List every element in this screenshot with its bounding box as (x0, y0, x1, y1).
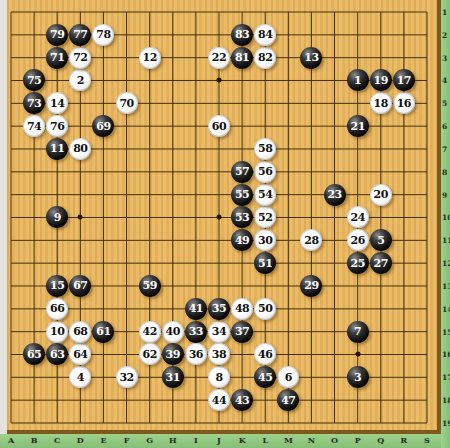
stone-b5[interactable]: 73 (23, 92, 45, 114)
stone-k14[interactable]: 48 (231, 298, 253, 320)
stone-l14[interactable]: 50 (254, 298, 276, 320)
row-label-8: 8 (442, 167, 447, 176)
stone-i15[interactable]: 33 (185, 321, 207, 343)
column-label-h: H (169, 435, 177, 445)
row-label-19: 19 (442, 418, 450, 427)
row-label-2: 2 (442, 30, 447, 39)
stone-l7[interactable]: 58 (254, 138, 276, 160)
column-label-d: D (77, 435, 84, 445)
column-label-a: A (8, 435, 14, 445)
stone-b4[interactable]: 75 (23, 69, 45, 91)
stone-d17[interactable]: 4 (69, 366, 91, 388)
stone-h16[interactable]: 39 (162, 343, 184, 365)
stone-m18[interactable]: 47 (277, 389, 299, 411)
stone-l10[interactable]: 52 (254, 206, 276, 228)
column-label-k: K (239, 435, 246, 445)
stone-c16[interactable]: 63 (46, 343, 68, 365)
stone-c7[interactable]: 11 (46, 138, 68, 160)
stone-p12[interactable]: 25 (347, 252, 369, 274)
stone-k15[interactable]: 37 (231, 321, 253, 343)
stone-j17[interactable]: 8 (208, 366, 230, 388)
stone-n13[interactable]: 29 (300, 275, 322, 297)
stone-d7[interactable]: 80 (69, 138, 91, 160)
stone-i16[interactable]: 36 (185, 343, 207, 365)
stone-k8[interactable]: 57 (231, 161, 253, 183)
stone-j14[interactable]: 35 (208, 298, 230, 320)
column-label-s: S (424, 435, 430, 445)
stone-b16[interactable]: 65 (23, 343, 45, 365)
star-point (78, 215, 83, 220)
go-diagram: 1234567891011121314151617181920212223242… (0, 0, 450, 448)
column-label-r: R (401, 435, 408, 445)
stone-p17[interactable]: 3 (347, 366, 369, 388)
stone-g15[interactable]: 42 (139, 321, 161, 343)
stone-q12[interactable]: 27 (370, 252, 392, 274)
row-label-1: 1 (442, 8, 447, 17)
stone-p10[interactable]: 24 (347, 206, 369, 228)
stone-q5[interactable]: 18 (370, 92, 392, 114)
column-label-j: J (217, 435, 221, 445)
stone-p11[interactable]: 26 (347, 229, 369, 251)
stone-l8[interactable]: 56 (254, 161, 276, 183)
stone-i14[interactable]: 41 (185, 298, 207, 320)
row-label-18: 18 (442, 396, 450, 405)
stone-d16[interactable]: 64 (69, 343, 91, 365)
stone-p4[interactable]: 1 (347, 69, 369, 91)
stone-n3[interactable]: 13 (300, 47, 322, 69)
stone-e6[interactable]: 69 (92, 115, 114, 137)
stone-q11[interactable]: 5 (370, 229, 392, 251)
stone-q9[interactable]: 20 (370, 184, 392, 206)
stone-f17[interactable]: 32 (116, 366, 138, 388)
stone-j15[interactable]: 34 (208, 321, 230, 343)
row-label-7: 7 (442, 144, 447, 153)
stone-g16[interactable]: 62 (139, 343, 161, 365)
column-label-b: B (31, 435, 38, 445)
stone-b6[interactable]: 74 (23, 115, 45, 137)
column-label-n: N (308, 435, 315, 445)
stone-c13[interactable]: 15 (46, 275, 68, 297)
stone-c3[interactable]: 71 (46, 47, 68, 69)
row-label-12: 12 (442, 259, 450, 268)
star-point (216, 215, 221, 220)
column-label-m: M (284, 435, 293, 445)
stone-c15[interactable]: 10 (46, 321, 68, 343)
column-label-i: I (194, 435, 198, 445)
stone-d4[interactable]: 2 (69, 69, 91, 91)
stone-p6[interactable]: 21 (347, 115, 369, 137)
stone-c6[interactable]: 76 (46, 115, 68, 137)
stone-k10[interactable]: 53 (231, 206, 253, 228)
stone-k18[interactable]: 43 (231, 389, 253, 411)
row-label-16: 16 (442, 350, 450, 359)
star-point (355, 352, 360, 357)
stone-d3[interactable]: 72 (69, 47, 91, 69)
stone-p15[interactable]: 7 (347, 321, 369, 343)
stone-j16[interactable]: 38 (208, 343, 230, 365)
row-label-11: 11 (442, 236, 450, 245)
stone-d15[interactable]: 68 (69, 321, 91, 343)
stone-k2[interactable]: 83 (231, 24, 253, 46)
row-label-5: 5 (442, 99, 447, 108)
stone-f5[interactable]: 70 (116, 92, 138, 114)
stone-d2[interactable]: 77 (69, 24, 91, 46)
stone-d13[interactable]: 67 (69, 275, 91, 297)
stone-k3[interactable]: 81 (231, 47, 253, 69)
stone-n11[interactable]: 28 (300, 229, 322, 251)
row-label-4: 4 (442, 76, 447, 85)
stone-c10[interactable]: 9 (46, 206, 68, 228)
stone-e2[interactable]: 78 (92, 24, 114, 46)
stone-l3[interactable]: 82 (254, 47, 276, 69)
stone-h15[interactable]: 40 (162, 321, 184, 343)
stone-k11[interactable]: 49 (231, 229, 253, 251)
stone-l2[interactable]: 84 (254, 24, 276, 46)
row-label-14: 14 (442, 304, 450, 313)
stone-j6[interactable]: 60 (208, 115, 230, 137)
stone-c14[interactable]: 66 (46, 298, 68, 320)
stone-l11[interactable]: 30 (254, 229, 276, 251)
stone-l12[interactable]: 51 (254, 252, 276, 274)
stone-h17[interactable]: 31 (162, 366, 184, 388)
stone-o9[interactable]: 23 (324, 184, 346, 206)
stone-r4[interactable]: 17 (393, 69, 415, 91)
row-label-15: 15 (442, 327, 450, 336)
stone-q4[interactable]: 19 (370, 69, 392, 91)
stone-m17[interactable]: 6 (277, 366, 299, 388)
stone-g13[interactable]: 59 (139, 275, 161, 297)
stone-l17[interactable]: 45 (254, 366, 276, 388)
column-label-e: E (100, 435, 106, 445)
stone-j3[interactable]: 22 (208, 47, 230, 69)
stone-c2[interactable]: 79 (46, 24, 68, 46)
column-label-g: G (146, 435, 153, 445)
column-label-p: P (355, 435, 361, 445)
column-label-c: C (54, 435, 60, 445)
row-label-9: 9 (442, 190, 447, 199)
stone-e15[interactable]: 61 (92, 321, 114, 343)
stone-l9[interactable]: 54 (254, 184, 276, 206)
stone-l16[interactable]: 46 (254, 343, 276, 365)
row-label-17: 17 (442, 373, 450, 382)
row-label-13: 13 (442, 281, 450, 290)
column-label-l: L (262, 435, 268, 445)
stone-g3[interactable]: 12 (139, 47, 161, 69)
row-label-10: 10 (442, 213, 450, 222)
stone-c5[interactable]: 14 (46, 92, 68, 114)
stone-k9[interactable]: 55 (231, 184, 253, 206)
star-point (216, 78, 221, 83)
row-label-6: 6 (442, 122, 447, 131)
stone-j18[interactable]: 44 (208, 389, 230, 411)
stone-r5[interactable]: 16 (393, 92, 415, 114)
column-label-o: O (331, 435, 338, 445)
column-label-f: F (124, 435, 130, 445)
column-label-q: Q (377, 435, 384, 445)
row-label-3: 3 (442, 53, 447, 62)
